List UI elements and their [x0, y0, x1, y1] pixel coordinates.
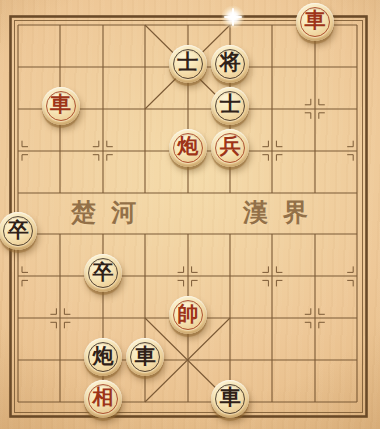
piece-glyph: 卒	[8, 220, 29, 241]
black-cannon[interactable]: 炮	[84, 338, 122, 376]
piece-glyph: 炮	[92, 346, 113, 367]
board-grid: 車士将士車炮兵卒卒帥炮車相車	[0, 4, 379, 423]
piece-glyph: 車	[220, 387, 241, 408]
piece-glyph: 相	[92, 387, 113, 408]
red-chariot[interactable]: 車	[42, 87, 80, 125]
piece-glyph: 士	[220, 94, 241, 115]
piece-glyph: 車	[135, 346, 156, 367]
piece-glyph: 将	[220, 52, 241, 73]
black-advisor[interactable]: 士	[169, 45, 207, 83]
red-general[interactable]: 帥	[169, 296, 207, 334]
red-chariot[interactable]: 車	[296, 3, 334, 41]
piece-glyph: 炮	[177, 136, 198, 157]
black-chariot[interactable]: 車	[126, 338, 164, 376]
black-chariot[interactable]: 車	[211, 380, 249, 418]
last-move-sparkle-icon	[221, 5, 245, 29]
black-advisor[interactable]: 士	[211, 87, 249, 125]
black-general[interactable]: 将	[211, 45, 249, 83]
piece-glyph: 車	[50, 94, 71, 115]
piece-glyph: 士	[177, 52, 198, 73]
black-soldier[interactable]: 卒	[0, 212, 37, 250]
red-cannon[interactable]: 炮	[169, 129, 207, 167]
red-elephant[interactable]: 相	[84, 380, 122, 418]
black-soldier[interactable]: 卒	[84, 254, 122, 292]
piece-glyph: 兵	[220, 136, 241, 157]
piece-glyph: 卒	[92, 262, 113, 283]
xiangqi-board: 楚河 漢界 車士将士車炮兵卒卒帥炮車相車	[0, 0, 380, 429]
piece-glyph: 帥	[177, 304, 198, 325]
red-soldier[interactable]: 兵	[211, 129, 249, 167]
piece-glyph: 車	[304, 10, 325, 31]
